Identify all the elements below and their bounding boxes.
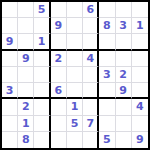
cell-r5c5[interactable] <box>67 67 83 83</box>
cell-r7c5[interactable]: 1 <box>67 99 83 115</box>
given-digit: 3 <box>119 19 127 32</box>
cell-r7c6[interactable] <box>83 99 99 115</box>
cell-r7c2[interactable]: 2 <box>18 99 34 115</box>
cell-r9c5[interactable] <box>67 132 83 148</box>
given-digit: 4 <box>136 100 144 113</box>
given-digit: 9 <box>136 133 144 146</box>
given-digit: 5 <box>38 3 46 16</box>
given-digit: 5 <box>71 117 79 130</box>
cell-r2c7[interactable]: 8 <box>99 18 115 34</box>
given-digit: 9 <box>6 35 14 48</box>
cell-r9c4[interactable] <box>51 132 67 148</box>
cell-r2c5[interactable] <box>67 18 83 34</box>
cell-r4c1[interactable] <box>2 51 18 67</box>
cell-r8c4[interactable] <box>51 116 67 132</box>
given-digit: 4 <box>86 52 94 65</box>
cell-r3c3[interactable]: 1 <box>34 34 50 50</box>
cell-r3c2[interactable] <box>18 34 34 50</box>
given-digit: 9 <box>119 84 127 97</box>
cell-r2c1[interactable] <box>2 18 18 34</box>
cell-r4c4[interactable]: 2 <box>51 51 67 67</box>
cell-r5c7[interactable]: 3 <box>99 67 115 83</box>
cell-r4c7[interactable] <box>99 51 115 67</box>
given-digit: 1 <box>22 117 30 130</box>
cell-r9c8[interactable] <box>116 132 132 148</box>
cell-r3c5[interactable] <box>67 34 83 50</box>
cell-r5c8[interactable]: 2 <box>116 67 132 83</box>
given-digit: 9 <box>22 52 30 65</box>
cell-r3c6[interactable] <box>83 34 99 50</box>
cell-r1c2[interactable] <box>18 2 34 18</box>
cell-r8c5[interactable]: 5 <box>67 116 83 132</box>
cell-r9c1[interactable] <box>2 132 18 148</box>
cell-r9c2[interactable]: 8 <box>18 132 34 148</box>
given-digit: 7 <box>86 117 94 130</box>
cell-r7c8[interactable] <box>116 99 132 115</box>
given-digit: 8 <box>103 19 111 32</box>
cell-r1c6[interactable]: 6 <box>83 2 99 18</box>
cell-r1c3[interactable]: 5 <box>34 2 50 18</box>
cell-r5c4[interactable] <box>51 67 67 83</box>
cell-r9c7[interactable]: 5 <box>99 132 115 148</box>
cell-r8c1[interactable] <box>2 116 18 132</box>
cell-r4c9[interactable] <box>132 51 148 67</box>
given-digit: 2 <box>119 68 127 81</box>
cell-r5c2[interactable] <box>18 67 34 83</box>
given-digit: 1 <box>71 100 79 113</box>
given-digit: 3 <box>6 84 14 97</box>
cell-r9c9[interactable]: 9 <box>132 132 148 148</box>
cell-r1c7[interactable] <box>99 2 115 18</box>
cell-r7c9[interactable]: 4 <box>132 99 148 115</box>
cell-r8c7[interactable] <box>99 116 115 132</box>
cell-r5c6[interactable] <box>83 67 99 83</box>
cell-r8c8[interactable] <box>116 116 132 132</box>
cell-r4c5[interactable] <box>67 51 83 67</box>
cell-r6c3[interactable] <box>34 83 50 99</box>
cell-r6c9[interactable] <box>132 83 148 99</box>
cell-r4c3[interactable] <box>34 51 50 67</box>
cell-r2c9[interactable]: 1 <box>132 18 148 34</box>
cell-r4c8[interactable] <box>116 51 132 67</box>
given-digit: 1 <box>136 19 144 32</box>
cell-r6c1[interactable]: 3 <box>2 83 18 99</box>
cell-r3c1[interactable]: 9 <box>2 34 18 50</box>
cell-r7c3[interactable] <box>34 99 50 115</box>
cell-r3c7[interactable] <box>99 34 115 50</box>
cell-r1c4[interactable] <box>51 2 67 18</box>
given-digit: 6 <box>86 3 94 16</box>
cell-r7c1[interactable] <box>2 99 18 115</box>
cell-r1c9[interactable] <box>132 2 148 18</box>
cell-r6c8[interactable]: 9 <box>116 83 132 99</box>
given-digit: 2 <box>22 100 30 113</box>
given-digit: 6 <box>54 84 62 97</box>
cell-r2c3[interactable] <box>34 18 50 34</box>
cell-r4c2[interactable]: 9 <box>18 51 34 67</box>
given-digit: 3 <box>103 68 111 81</box>
given-digit: 2 <box>54 52 62 65</box>
cell-r1c5[interactable] <box>67 2 83 18</box>
cell-r8c9[interactable] <box>132 116 148 132</box>
cell-r5c9[interactable] <box>132 67 148 83</box>
cell-r6c2[interactable] <box>18 83 34 99</box>
given-digit: 1 <box>38 35 46 48</box>
given-digit: 5 <box>103 133 111 146</box>
cell-r9c3[interactable] <box>34 132 50 148</box>
given-digit: 8 <box>22 133 30 146</box>
cell-r1c1[interactable] <box>2 2 18 18</box>
sudoku-board: 5698319192432369214157859 <box>0 0 150 150</box>
cell-r6c5[interactable] <box>67 83 83 99</box>
cell-r5c1[interactable] <box>2 67 18 83</box>
cell-r3c9[interactable] <box>132 34 148 50</box>
cell-r6c4[interactable]: 6 <box>51 83 67 99</box>
cell-r7c4[interactable] <box>51 99 67 115</box>
cell-r2c4[interactable]: 9 <box>51 18 67 34</box>
cell-r8c2[interactable]: 1 <box>18 116 34 132</box>
cell-r3c8[interactable] <box>116 34 132 50</box>
cell-r7c7[interactable] <box>99 99 115 115</box>
cell-r2c2[interactable] <box>18 18 34 34</box>
given-digit: 9 <box>54 19 62 32</box>
cell-r2c6[interactable] <box>83 18 99 34</box>
cell-r6c7[interactable] <box>99 83 115 99</box>
cell-r9c6[interactable] <box>83 132 99 148</box>
cell-r3c4[interactable] <box>51 34 67 50</box>
cell-r1c8[interactable] <box>116 2 132 18</box>
cell-r8c6[interactable]: 7 <box>83 116 99 132</box>
cell-r2c8[interactable]: 3 <box>116 18 132 34</box>
cell-r4c6[interactable]: 4 <box>83 51 99 67</box>
cell-r5c3[interactable] <box>34 67 50 83</box>
cell-r8c3[interactable] <box>34 116 50 132</box>
cell-r6c6[interactable] <box>83 83 99 99</box>
